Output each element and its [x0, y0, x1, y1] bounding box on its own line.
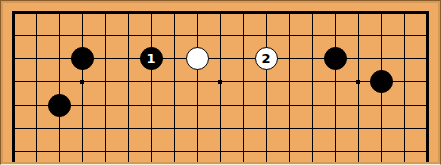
grid-line	[59, 11, 60, 163]
grid-line	[243, 11, 244, 163]
grid-line	[404, 11, 405, 163]
grid-line	[220, 11, 221, 163]
grid-line	[105, 11, 106, 163]
black-stone	[71, 47, 94, 70]
star-point	[356, 80, 360, 84]
grid-line	[36, 11, 37, 163]
board-edge-line	[12, 11, 429, 14]
board-frame: 12	[0, 0, 441, 165]
grid-line	[266, 11, 267, 163]
grid-line	[312, 11, 313, 163]
board-edge-line	[426, 11, 429, 163]
star-point	[80, 80, 84, 84]
white-stone: 2	[255, 47, 278, 70]
go-board: 12	[1, 1, 440, 164]
grid-line	[12, 35, 429, 36]
black-stone	[324, 47, 347, 70]
grid-line	[358, 11, 359, 163]
grid-line	[12, 105, 429, 106]
black-stone	[370, 70, 393, 93]
grid-line	[151, 11, 152, 163]
grid-line	[289, 11, 290, 163]
grid-line	[12, 151, 429, 152]
black-stone: 1	[140, 47, 163, 70]
grid-line	[82, 11, 83, 163]
grid-line	[335, 11, 336, 163]
board-edge-line	[12, 11, 15, 163]
grid-line	[12, 128, 429, 129]
grid-line	[128, 11, 129, 163]
stone-move-number: 2	[261, 51, 270, 66]
grid-line	[197, 11, 198, 163]
white-stone	[186, 47, 209, 70]
star-point	[218, 80, 222, 84]
stone-move-number: 1	[146, 51, 155, 66]
black-stone	[48, 94, 71, 117]
grid-line	[174, 11, 175, 163]
